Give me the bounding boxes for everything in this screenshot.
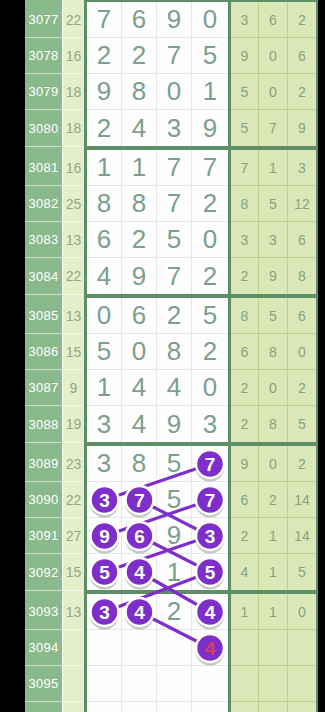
digit-cell: 6	[122, 518, 157, 554]
digit-cell: 8	[122, 74, 157, 110]
sum-cell: 16	[62, 38, 84, 74]
digit-cell: 0	[192, 370, 228, 406]
digit-cell: 7	[157, 38, 192, 74]
digit-cell	[122, 702, 157, 712]
stat-cell	[288, 702, 316, 712]
draw-row: 3081161177713	[25, 150, 318, 186]
stat-cell: 2	[231, 370, 259, 406]
stat-cell: 3	[259, 222, 288, 258]
period-cell: 3083	[25, 222, 62, 258]
group-border-vertical	[316, 594, 318, 630]
stat-cell: 1	[259, 150, 288, 186]
sum-cell: 27	[62, 518, 84, 554]
digit-cell: 3	[157, 110, 192, 146]
digit-cell: 4	[122, 110, 157, 146]
group-border-vertical	[316, 222, 318, 258]
digit-cell: 4	[87, 258, 122, 294]
digit-cell: 1	[87, 370, 122, 406]
digit-cell: 7	[192, 446, 228, 482]
period-cell: 3091	[25, 518, 62, 554]
period-cell: 3089	[25, 446, 62, 482]
digit-cell: 2	[192, 334, 228, 370]
draw-row: 3089233857902	[25, 446, 318, 482]
digit-cell: 0	[192, 222, 228, 258]
digit-cell: 1	[87, 150, 122, 186]
group-border-vertical	[316, 2, 318, 38]
digit-cell: 7	[192, 482, 228, 518]
stat-cell: 2	[231, 258, 259, 294]
stat-cell: 2	[231, 518, 259, 554]
group-border-vertical	[316, 630, 318, 666]
digit-cell: 9	[157, 406, 192, 442]
digit-cell: 6	[87, 222, 122, 258]
period-cell	[25, 702, 62, 712]
stat-cell	[231, 666, 259, 702]
digit-cell: 1	[122, 150, 157, 186]
sum-cell: 15	[62, 554, 84, 590]
stat-cell: 6	[288, 298, 316, 334]
draw-row: 3083136250336	[25, 222, 318, 258]
stat-cell: 6	[231, 482, 259, 518]
digit-cell: 5	[87, 554, 122, 590]
digit-cell: 7	[157, 258, 192, 294]
stat-cell: 5	[259, 186, 288, 222]
period-cell: 3077	[25, 2, 62, 38]
stat-cell: 0	[288, 334, 316, 370]
stat-cell: 0	[259, 446, 288, 482]
digit-cell: 8	[122, 446, 157, 482]
digit-cell: 2	[87, 38, 122, 74]
sum-cell: 22	[62, 482, 84, 518]
sum-cell: 13	[62, 298, 84, 334]
digit-cell: 3	[87, 594, 122, 630]
digit-cell: 4	[122, 370, 157, 406]
stat-cell: 12	[288, 186, 316, 222]
group-border-vertical	[316, 446, 318, 482]
digit-cell: 3	[87, 406, 122, 442]
sum-cell: 15	[62, 334, 84, 370]
stat-cell: 9	[231, 38, 259, 74]
group-border-vertical	[316, 482, 318, 518]
group-border-vertical	[316, 38, 318, 74]
sum-cell: 16	[62, 150, 84, 186]
digit-cell: 5	[157, 482, 192, 518]
stat-cell: 6	[288, 38, 316, 74]
period-cell: 3095	[25, 666, 62, 702]
digit-cell	[87, 702, 122, 712]
digit-cell: 4	[122, 554, 157, 590]
digit-cell: 1	[157, 554, 192, 590]
digit-cell: 9	[122, 258, 157, 294]
stat-cell	[259, 702, 288, 712]
digit-cell: 9	[157, 518, 192, 554]
draw-row	[25, 702, 318, 712]
period-cell: 3090	[25, 482, 62, 518]
stat-cell: 3	[231, 2, 259, 38]
draw-row: 3079189801502	[25, 74, 318, 110]
draw-row: 30902237576214	[25, 482, 318, 518]
digit-cell: 0	[87, 298, 122, 334]
stat-cell	[231, 630, 259, 666]
digit-cell: 5	[157, 222, 192, 258]
stat-cell: 8	[288, 258, 316, 294]
group-border-vertical	[316, 666, 318, 702]
stat-cell: 5	[288, 406, 316, 442]
stat-cell: 7	[259, 110, 288, 146]
period-cell: 3085	[25, 298, 62, 334]
digit-cell: 7	[157, 150, 192, 186]
digit-cell: 1	[192, 74, 228, 110]
stat-cell: 2	[259, 482, 288, 518]
group-border-vertical	[316, 110, 318, 146]
draw-row: 308791440202	[25, 370, 318, 406]
draw-row: 3092155415415	[25, 554, 318, 590]
sum-cell: 18	[62, 74, 84, 110]
sum-cell: 18	[62, 110, 84, 146]
stat-cell	[259, 666, 288, 702]
draw-row: 30912796932114	[25, 518, 318, 554]
stat-cell: 8	[231, 298, 259, 334]
digit-cell: 2	[192, 258, 228, 294]
stat-cell: 8	[259, 334, 288, 370]
stat-cell: 0	[259, 370, 288, 406]
group-border-vertical	[316, 334, 318, 370]
sum-cell	[62, 702, 84, 712]
stat-cell: 9	[231, 446, 259, 482]
digit-cell: 0	[122, 334, 157, 370]
stat-cell: 2	[288, 370, 316, 406]
stat-cell: 2	[288, 2, 316, 38]
draw-row: 3094	[25, 630, 318, 666]
digit-cell: 7	[157, 186, 192, 222]
digit-cell: 7	[122, 482, 157, 518]
sum-cell	[62, 666, 84, 702]
group-border-vertical	[316, 518, 318, 554]
stat-cell: 1	[259, 594, 288, 630]
digit-cell: 4	[122, 406, 157, 442]
sum-cell: 9	[62, 370, 84, 406]
sum-cell	[62, 630, 84, 666]
trend-chart-board: 3077227690362307816227590630791898015023…	[25, 0, 318, 712]
period-cell: 3087	[25, 370, 62, 406]
stat-cell: 2	[288, 446, 316, 482]
digit-cell: 6	[122, 298, 157, 334]
digit-cell: 6	[122, 2, 157, 38]
digit-cell: 3	[192, 406, 228, 442]
draw-row: 3078162275906	[25, 38, 318, 74]
period-cell: 3082	[25, 186, 62, 222]
draw-row: 3084224972298	[25, 258, 318, 294]
period-cell: 3093	[25, 594, 62, 630]
stat-cell: 1	[259, 518, 288, 554]
digit-cell: 0	[157, 74, 192, 110]
stat-cell: 2	[288, 74, 316, 110]
digit-cell: 5	[87, 334, 122, 370]
digit-cell: 4	[192, 594, 228, 630]
stat-cell: 0	[259, 38, 288, 74]
draw-row: 3080182439579	[25, 110, 318, 146]
sum-cell: 23	[62, 446, 84, 482]
group-border-vertical	[316, 554, 318, 590]
digit-cell: 2	[157, 594, 192, 630]
digit-cell	[87, 630, 122, 666]
stat-cell	[288, 630, 316, 666]
digit-cell: 3	[87, 482, 122, 518]
group-border-vertical	[316, 406, 318, 442]
digit-cell	[192, 666, 228, 702]
sum-cell: 13	[62, 222, 84, 258]
digit-cell: 5	[157, 446, 192, 482]
stat-cell	[231, 702, 259, 712]
stat-cell: 1	[259, 554, 288, 590]
stat-cell: 14	[288, 482, 316, 518]
stat-cell: 6	[231, 334, 259, 370]
stat-cell	[259, 630, 288, 666]
digit-cell	[157, 630, 192, 666]
digit-cell: 2	[87, 110, 122, 146]
digit-cell: 4	[157, 370, 192, 406]
stat-cell: 9	[288, 110, 316, 146]
draw-row: 3077227690362	[25, 2, 318, 38]
digit-cell	[157, 702, 192, 712]
period-cell: 3086	[25, 334, 62, 370]
lottery-trend-screen: 3077227690362307816227590630791898015023…	[0, 0, 325, 712]
digit-cell: 2	[122, 38, 157, 74]
period-cell: 3088	[25, 406, 62, 442]
stat-cell: 9	[259, 258, 288, 294]
digit-cell: 7	[87, 2, 122, 38]
digit-cell: 5	[192, 38, 228, 74]
digit-cell: 2	[157, 298, 192, 334]
stat-cell: 1	[231, 594, 259, 630]
draw-row: 3086155082680	[25, 334, 318, 370]
draw-row: 30822588728512	[25, 186, 318, 222]
digit-cell	[87, 666, 122, 702]
digit-cell: 0	[192, 2, 228, 38]
digit-cell	[122, 666, 157, 702]
draw-row: 3093133424110	[25, 594, 318, 630]
digit-cell: 7	[192, 150, 228, 186]
group-border-vertical	[316, 258, 318, 294]
digit-cell: 9	[192, 110, 228, 146]
period-cell: 3094	[25, 630, 62, 666]
group-border-vertical	[316, 702, 318, 712]
stat-cell: 8	[231, 186, 259, 222]
sum-cell: 25	[62, 186, 84, 222]
sum-cell: 22	[62, 2, 84, 38]
stat-cell: 14	[288, 518, 316, 554]
stat-cell: 0	[288, 594, 316, 630]
digit-cell: 3	[87, 446, 122, 482]
group-border-vertical	[316, 298, 318, 334]
digit-cell	[192, 702, 228, 712]
digit-cell: 9	[87, 518, 122, 554]
sum-cell: 13	[62, 594, 84, 630]
period-cell: 3079	[25, 74, 62, 110]
stat-cell: 4	[231, 554, 259, 590]
stat-cell: 3	[231, 222, 259, 258]
digit-cell: 8	[157, 334, 192, 370]
digit-cell: 4	[122, 594, 157, 630]
digit-cell: 2	[122, 222, 157, 258]
digit-cell	[157, 666, 192, 702]
period-cell: 3084	[25, 258, 62, 294]
digit-cell: 8	[122, 186, 157, 222]
stat-cell: 8	[259, 406, 288, 442]
stat-cell: 5	[231, 74, 259, 110]
digit-cell: 3	[192, 518, 228, 554]
group-border-vertical	[316, 150, 318, 186]
period-cell: 3078	[25, 38, 62, 74]
group-border-vertical	[316, 186, 318, 222]
stat-cell: 3	[288, 150, 316, 186]
draw-row: 3088193493285	[25, 406, 318, 442]
stat-cell: 7	[231, 150, 259, 186]
digit-cell	[192, 630, 228, 666]
stat-cell: 5	[259, 298, 288, 334]
stat-cell	[288, 666, 316, 702]
digit-cell	[122, 630, 157, 666]
digit-cell: 9	[87, 74, 122, 110]
stat-cell: 6	[288, 222, 316, 258]
group-border-vertical	[316, 74, 318, 110]
stat-cell: 5	[231, 110, 259, 146]
stat-cell: 0	[259, 74, 288, 110]
sum-cell: 22	[62, 258, 84, 294]
group-border-vertical	[316, 370, 318, 406]
stat-cell: 5	[288, 554, 316, 590]
sum-cell: 19	[62, 406, 84, 442]
stat-cell: 6	[259, 2, 288, 38]
digit-cell: 5	[192, 554, 228, 590]
digit-cell: 9	[157, 2, 192, 38]
stat-cell: 2	[231, 406, 259, 442]
digit-cell: 8	[87, 186, 122, 222]
digit-cell: 2	[192, 186, 228, 222]
period-cell: 3081	[25, 150, 62, 186]
period-cell: 3080	[25, 110, 62, 146]
period-cell: 3092	[25, 554, 62, 590]
draw-row: 3085130625856	[25, 298, 318, 334]
digit-cell: 5	[192, 298, 228, 334]
draw-row: 3095	[25, 666, 318, 702]
